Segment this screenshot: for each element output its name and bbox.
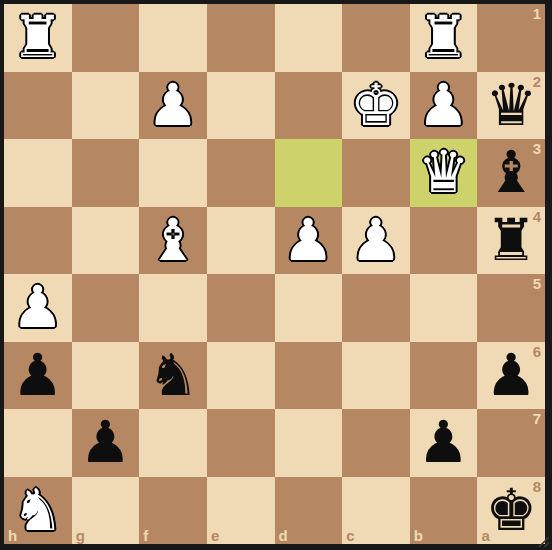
square-g8[interactable]: g <box>72 477 140 545</box>
square-f3[interactable] <box>139 139 207 207</box>
square-d6[interactable] <box>275 342 343 410</box>
square-g5[interactable] <box>72 274 140 342</box>
square-c2[interactable]: ♚ <box>342 72 410 140</box>
square-d1[interactable] <box>275 4 343 72</box>
square-a1[interactable]: 1 <box>477 4 545 72</box>
black-king-piece[interactable]: ♚ <box>485 477 537 544</box>
square-h5[interactable]: ♟ <box>4 274 72 342</box>
square-a6[interactable]: ♟6 <box>477 342 545 410</box>
square-c8[interactable]: c <box>342 477 410 545</box>
square-g6[interactable] <box>72 342 140 410</box>
square-b3[interactable]: ♛ <box>410 139 478 207</box>
black-pawn-piece[interactable]: ♟ <box>12 342 64 409</box>
square-a3[interactable]: ♝3 <box>477 139 545 207</box>
square-a2[interactable]: ♛2 <box>477 72 545 140</box>
square-c3[interactable] <box>342 139 410 207</box>
board-frame: ♜♜1♟♚♟♛2♛♝3♝♟♟♜4♟5♟♞♟6♟♟7♞hgfedcb♚8a <box>0 0 552 550</box>
square-e3[interactable] <box>207 139 275 207</box>
rank-label-1: 1 <box>533 6 541 21</box>
rank-label-5: 5 <box>533 276 541 291</box>
black-queen-piece[interactable]: ♛ <box>485 72 537 139</box>
square-d3[interactable] <box>275 139 343 207</box>
white-rook-piece[interactable]: ♜ <box>418 4 470 71</box>
white-rook-piece[interactable]: ♜ <box>12 4 64 71</box>
white-queen-piece[interactable]: ♛ <box>418 139 470 206</box>
file-label-g: g <box>76 528 85 543</box>
square-d7[interactable] <box>275 409 343 477</box>
square-b4[interactable] <box>410 207 478 275</box>
square-a7[interactable]: 7 <box>477 409 545 477</box>
chess-board: ♜♜1♟♚♟♛2♛♝3♝♟♟♜4♟5♟♞♟6♟♟7♞hgfedcb♚8a <box>4 4 545 544</box>
square-f5[interactable] <box>139 274 207 342</box>
square-e2[interactable] <box>207 72 275 140</box>
square-h6[interactable]: ♟ <box>4 342 72 410</box>
square-e5[interactable] <box>207 274 275 342</box>
white-king-piece[interactable]: ♚ <box>350 72 402 139</box>
square-c4[interactable]: ♟ <box>342 207 410 275</box>
square-d5[interactable] <box>275 274 343 342</box>
square-g7[interactable]: ♟ <box>72 409 140 477</box>
square-e7[interactable] <box>207 409 275 477</box>
file-label-d: d <box>279 528 288 543</box>
square-f2[interactable]: ♟ <box>139 72 207 140</box>
white-pawn-piece[interactable]: ♟ <box>12 274 64 341</box>
white-pawn-piece[interactable]: ♟ <box>282 207 334 274</box>
file-label-f: f <box>143 528 148 543</box>
square-a5[interactable]: 5 <box>477 274 545 342</box>
square-b8[interactable]: b <box>410 477 478 545</box>
square-g2[interactable] <box>72 72 140 140</box>
square-f1[interactable] <box>139 4 207 72</box>
square-f6[interactable]: ♞ <box>139 342 207 410</box>
white-pawn-piece[interactable]: ♟ <box>147 72 199 139</box>
white-knight-piece[interactable]: ♞ <box>12 477 64 544</box>
square-e1[interactable] <box>207 4 275 72</box>
file-label-e: e <box>211 528 219 543</box>
square-a4[interactable]: ♜4 <box>477 207 545 275</box>
square-d4[interactable]: ♟ <box>275 207 343 275</box>
square-c6[interactable] <box>342 342 410 410</box>
square-h1[interactable]: ♜ <box>4 4 72 72</box>
white-pawn-piece[interactable]: ♟ <box>350 207 402 274</box>
black-rook-piece[interactable]: ♜ <box>485 207 537 274</box>
square-h7[interactable] <box>4 409 72 477</box>
square-c1[interactable] <box>342 4 410 72</box>
square-e4[interactable] <box>207 207 275 275</box>
square-b6[interactable] <box>410 342 478 410</box>
file-label-b: b <box>414 528 423 543</box>
square-f8[interactable]: f <box>139 477 207 545</box>
square-g1[interactable] <box>72 4 140 72</box>
square-e6[interactable] <box>207 342 275 410</box>
file-label-c: c <box>346 528 354 543</box>
black-pawn-piece[interactable]: ♟ <box>79 409 131 476</box>
square-g4[interactable] <box>72 207 140 275</box>
square-f7[interactable] <box>139 409 207 477</box>
resize-handle-icon[interactable] <box>536 534 551 549</box>
black-pawn-piece[interactable]: ♟ <box>418 409 470 476</box>
square-d8[interactable]: d <box>275 477 343 545</box>
square-c5[interactable] <box>342 274 410 342</box>
white-pawn-piece[interactable]: ♟ <box>418 72 470 139</box>
white-bishop-piece[interactable]: ♝ <box>147 207 199 274</box>
square-b7[interactable]: ♟ <box>410 409 478 477</box>
square-f4[interactable]: ♝ <box>139 207 207 275</box>
rank-label-7: 7 <box>533 411 541 426</box>
square-a8[interactable]: ♚8a <box>477 477 545 545</box>
square-h2[interactable] <box>4 72 72 140</box>
black-knight-piece[interactable]: ♞ <box>147 342 199 409</box>
square-b2[interactable]: ♟ <box>410 72 478 140</box>
square-e8[interactable]: e <box>207 477 275 545</box>
black-bishop-piece[interactable]: ♝ <box>485 139 537 206</box>
square-h3[interactable] <box>4 139 72 207</box>
square-d2[interactable] <box>275 72 343 140</box>
black-pawn-piece[interactable]: ♟ <box>485 342 537 409</box>
square-g3[interactable] <box>72 139 140 207</box>
square-c7[interactable] <box>342 409 410 477</box>
square-b1[interactable]: ♜ <box>410 4 478 72</box>
square-b5[interactable] <box>410 274 478 342</box>
square-h8[interactable]: ♞h <box>4 477 72 545</box>
square-h4[interactable] <box>4 207 72 275</box>
